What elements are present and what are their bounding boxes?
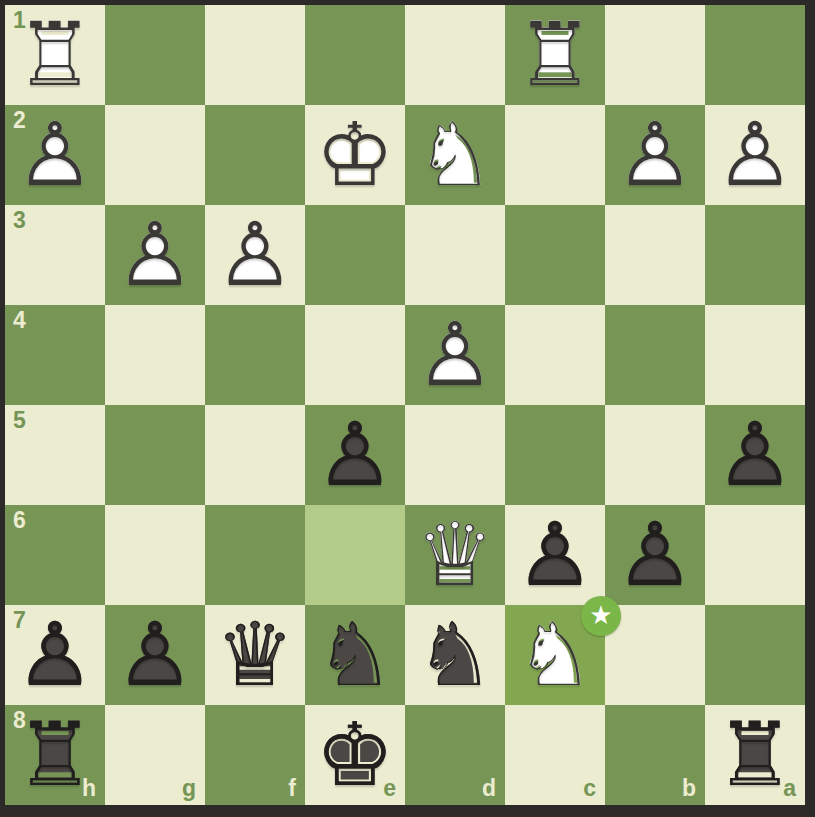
square-d1[interactable] <box>405 5 505 105</box>
black-pawn-glyph: ♟ <box>605 505 705 605</box>
square-b6[interactable]: ♟♙ <box>605 505 705 605</box>
black-pawn-outline: ♙ <box>5 605 105 705</box>
black-knight-outline: ♘ <box>305 605 405 705</box>
rank-label-4: 4 <box>13 309 26 332</box>
square-b3[interactable] <box>605 205 705 305</box>
square-g5[interactable] <box>105 405 205 505</box>
file-label-b: b <box>682 777 696 800</box>
square-f6[interactable] <box>205 505 305 605</box>
white-pawn-glyph: ♟ <box>105 205 205 305</box>
square-b5[interactable] <box>605 405 705 505</box>
square-d7[interactable]: ♞♘ <box>405 605 505 705</box>
white-pawn-glyph: ♟ <box>5 105 105 205</box>
black-pawn-glyph: ♟ <box>105 605 205 705</box>
square-a8[interactable]: a♜♖ <box>705 705 805 805</box>
board-background: 1♜♖♜♖2♟♙♚♔♞♘♟♙♟♙3♟♙♟♙4♟♙5♟♙♟♙6♛♕♟♙♟♙7♟♙♟… <box>0 0 815 817</box>
square-f2[interactable] <box>205 105 305 205</box>
star-icon: ★ <box>589 602 612 628</box>
square-g7[interactable]: ♟♙ <box>105 605 205 705</box>
square-h6[interactable]: 6 <box>5 505 105 605</box>
square-a2[interactable]: ♟♙ <box>705 105 805 205</box>
piece-white-pawn[interactable]: ♟♙ <box>705 105 805 205</box>
white-queen-glyph: ♛ <box>405 505 505 605</box>
square-f3[interactable]: ♟♙ <box>205 205 305 305</box>
white-rook-glyph: ♜ <box>5 5 105 105</box>
square-f7[interactable]: ♛♕ <box>205 605 305 705</box>
piece-black-knight[interactable]: ♞♘ <box>405 605 505 705</box>
square-g1[interactable] <box>105 5 205 105</box>
rank-label-5: 5 <box>13 409 26 432</box>
square-c1[interactable]: ♜♖ <box>505 5 605 105</box>
square-f4[interactable] <box>205 305 305 405</box>
square-g4[interactable] <box>105 305 205 405</box>
black-pawn-outline: ♙ <box>305 405 405 505</box>
square-h1[interactable]: 1♜♖ <box>5 5 105 105</box>
file-label-f: f <box>288 777 296 800</box>
square-c3[interactable] <box>505 205 605 305</box>
black-knight-glyph: ♞ <box>405 605 505 705</box>
file-label-g: g <box>182 777 196 800</box>
square-h7[interactable]: 7♟♙ <box>5 605 105 705</box>
black-rook-glyph: ♜ <box>705 705 805 805</box>
square-e6[interactable] <box>305 505 405 605</box>
square-e3[interactable] <box>305 205 405 305</box>
black-king-glyph: ♚ <box>305 705 405 805</box>
white-king-glyph: ♚ <box>305 105 405 205</box>
square-e1[interactable] <box>305 5 405 105</box>
black-queen-outline: ♕ <box>205 605 305 705</box>
white-knight-glyph: ♞ <box>405 105 505 205</box>
square-h3[interactable]: 3 <box>5 205 105 305</box>
piece-black-pawn[interactable]: ♟♙ <box>505 505 605 605</box>
square-e5[interactable]: ♟♙ <box>305 405 405 505</box>
white-pawn-glyph: ♟ <box>705 105 805 205</box>
square-b1[interactable] <box>605 5 705 105</box>
black-pawn-glyph: ♟ <box>305 405 405 505</box>
square-f8[interactable]: f <box>205 705 305 805</box>
piece-white-rook[interactable]: ♜♖ <box>5 5 105 105</box>
black-pawn-outline: ♙ <box>105 605 205 705</box>
piece-white-king[interactable]: ♚♔ <box>305 105 405 205</box>
white-rook-glyph: ♜ <box>505 5 605 105</box>
square-d8[interactable]: d <box>405 705 505 805</box>
square-d6[interactable]: ♛♕ <box>405 505 505 605</box>
square-a7[interactable] <box>705 605 805 705</box>
white-pawn-outline: ♙ <box>105 205 205 305</box>
black-pawn-glyph: ♟ <box>705 405 805 505</box>
rank-label-3: 3 <box>13 209 26 232</box>
white-pawn-glyph: ♟ <box>405 305 505 405</box>
square-c5[interactable] <box>505 405 605 505</box>
white-knight-outline: ♘ <box>405 105 505 205</box>
square-a6[interactable] <box>705 505 805 605</box>
square-d5[interactable] <box>405 405 505 505</box>
white-pawn-outline: ♙ <box>605 105 705 205</box>
black-pawn-outline: ♙ <box>705 405 805 505</box>
piece-black-rook[interactable]: ♜♖ <box>5 705 105 805</box>
piece-black-pawn[interactable]: ♟♙ <box>5 605 105 705</box>
square-b8[interactable]: b <box>605 705 705 805</box>
square-d2[interactable]: ♞♘ <box>405 105 505 205</box>
page-background: { "game": "chess", "board_theme": "green… <box>0 0 815 817</box>
white-rook-outline: ♖ <box>5 5 105 105</box>
piece-black-queen[interactable]: ♛♕ <box>205 605 305 705</box>
square-d3[interactable] <box>405 205 505 305</box>
white-king-outline: ♔ <box>305 105 405 205</box>
piece-black-pawn[interactable]: ♟♙ <box>105 605 205 705</box>
file-label-d: d <box>482 777 496 800</box>
piece-white-rook[interactable]: ♜♖ <box>505 5 605 105</box>
square-b2[interactable]: ♟♙ <box>605 105 705 205</box>
black-rook-outline: ♖ <box>705 705 805 805</box>
square-f1[interactable] <box>205 5 305 105</box>
square-b4[interactable] <box>605 305 705 405</box>
square-g2[interactable] <box>105 105 205 205</box>
piece-white-pawn[interactable]: ♟♙ <box>205 205 305 305</box>
piece-black-pawn[interactable]: ♟♙ <box>605 505 705 605</box>
white-pawn-glyph: ♟ <box>205 205 305 305</box>
square-e7[interactable]: ♞♘ <box>305 605 405 705</box>
black-knight-glyph: ♞ <box>305 605 405 705</box>
white-rook-outline: ♖ <box>505 5 605 105</box>
square-h2[interactable]: 2♟♙ <box>5 105 105 205</box>
rank-label-6: 6 <box>13 509 26 532</box>
piece-black-rook[interactable]: ♜♖ <box>705 705 805 805</box>
square-a4[interactable] <box>705 305 805 405</box>
black-king-outline: ♔ <box>305 705 405 805</box>
square-g8[interactable]: g <box>105 705 205 805</box>
piece-white-queen[interactable]: ♛♕ <box>405 505 505 605</box>
square-c4[interactable] <box>505 305 605 405</box>
square-c2[interactable] <box>505 105 605 205</box>
piece-black-pawn[interactable]: ♟♙ <box>305 405 405 505</box>
best-move-badge: ★ <box>581 596 621 636</box>
square-g3[interactable]: ♟♙ <box>105 205 205 305</box>
piece-white-knight[interactable]: ♞♘ <box>405 105 505 205</box>
piece-black-knight[interactable]: ♞♘ <box>305 605 405 705</box>
file-label-c: c <box>583 777 596 800</box>
square-a3[interactable] <box>705 205 805 305</box>
square-h8[interactable]: 8h♜♖ <box>5 705 105 805</box>
black-queen-glyph: ♛ <box>205 605 305 705</box>
piece-white-pawn[interactable]: ♟♙ <box>5 105 105 205</box>
white-pawn-outline: ♙ <box>205 205 305 305</box>
white-pawn-outline: ♙ <box>405 305 505 405</box>
black-pawn-outline: ♙ <box>505 505 605 605</box>
white-pawn-outline: ♙ <box>705 105 805 205</box>
piece-white-pawn[interactable]: ♟♙ <box>105 205 205 305</box>
black-pawn-outline: ♙ <box>605 505 705 605</box>
square-f5[interactable] <box>205 405 305 505</box>
square-e4[interactable] <box>305 305 405 405</box>
square-e2[interactable]: ♚♔ <box>305 105 405 205</box>
chess-board: 1♜♖♜♖2♟♙♚♔♞♘♟♙♟♙3♟♙♟♙4♟♙5♟♙♟♙6♛♕♟♙♟♙7♟♙♟… <box>5 5 805 805</box>
black-pawn-glyph: ♟ <box>505 505 605 605</box>
black-rook-glyph: ♜ <box>5 705 105 805</box>
white-pawn-glyph: ♟ <box>605 105 705 205</box>
square-g6[interactable] <box>105 505 205 605</box>
black-knight-outline: ♘ <box>405 605 505 705</box>
piece-white-pawn[interactable]: ♟♙ <box>405 305 505 405</box>
square-h4[interactable]: 4 <box>5 305 105 405</box>
square-d4[interactable]: ♟♙ <box>405 305 505 405</box>
piece-black-king[interactable]: ♚♔ <box>305 705 405 805</box>
square-c6[interactable]: ♟♙ <box>505 505 605 605</box>
piece-black-pawn[interactable]: ♟♙ <box>705 405 805 505</box>
black-rook-outline: ♖ <box>5 705 105 805</box>
white-queen-outline: ♕ <box>405 505 505 605</box>
square-a5[interactable]: ♟♙ <box>705 405 805 505</box>
square-h5[interactable]: 5 <box>5 405 105 505</box>
piece-white-pawn[interactable]: ♟♙ <box>605 105 705 205</box>
square-a1[interactable] <box>705 5 805 105</box>
black-pawn-glyph: ♟ <box>5 605 105 705</box>
square-c8[interactable]: c <box>505 705 605 805</box>
square-e8[interactable]: e♚♔ <box>305 705 405 805</box>
white-pawn-outline: ♙ <box>5 105 105 205</box>
